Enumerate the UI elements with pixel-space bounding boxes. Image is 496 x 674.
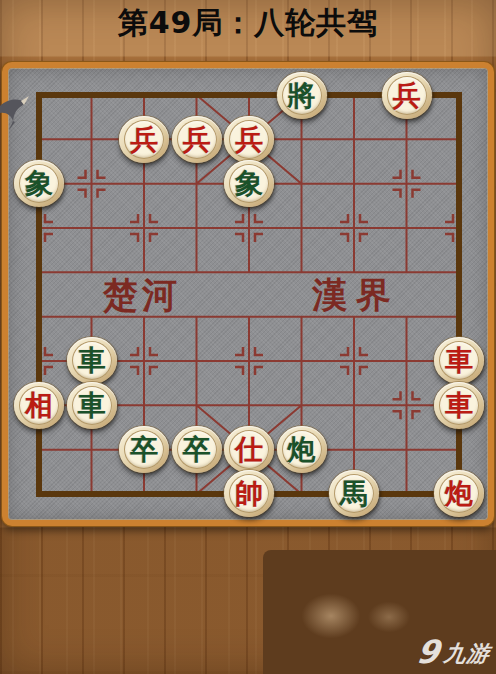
piece-red-soldier-4[interactable]: 兵 xyxy=(224,116,274,163)
piece-green-chariot-1[interactable]: 車 xyxy=(67,337,117,384)
piece-char: 兵 xyxy=(124,120,164,159)
piece-red-soldier-2[interactable]: 兵 xyxy=(119,116,169,163)
piece-char: 仕 xyxy=(229,430,269,469)
piece-char: 車 xyxy=(72,386,112,425)
piece-red-chariot-2[interactable]: 車 xyxy=(434,382,484,429)
piece-green-horse[interactable]: 馬 xyxy=(329,470,379,517)
piece-red-chariot-1[interactable]: 車 xyxy=(434,337,484,384)
piece-char: 炮 xyxy=(282,430,322,469)
jiuyou-watermark: 9 九游 xyxy=(415,638,492,666)
piece-char: 卒 xyxy=(124,430,164,469)
piece-char: 車 xyxy=(439,386,479,425)
piece-red-cannon[interactable]: 炮 xyxy=(434,470,484,517)
piece-red-general[interactable]: 帥 xyxy=(224,470,274,517)
piece-char: 兵 xyxy=(229,120,269,159)
piece-char: 象 xyxy=(19,164,59,203)
piece-char: 相 xyxy=(19,386,59,425)
xiangqi-board[interactable]: 楚河 漢界 將兵兵兵兵象象車車相車車卒卒仕炮帥馬炮 xyxy=(2,62,494,526)
jiuyou-brand-text: 九游 xyxy=(442,642,491,666)
piece-red-soldier-3[interactable]: 兵 xyxy=(172,116,222,163)
piece-green-elephant-2[interactable]: 象 xyxy=(224,160,274,207)
piece-char: 兵 xyxy=(387,76,427,115)
jiuyou-logo-icon: 9 xyxy=(415,638,441,666)
piece-char: 車 xyxy=(72,341,112,380)
piece-green-soldier-2[interactable]: 卒 xyxy=(172,426,222,473)
piece-char: 兵 xyxy=(177,120,217,159)
app-background: 第49局：八轮共驾 楚河 漢界 將兵兵兵兵象象車車相車車卒卒仕炮帥馬炮 9 九游 xyxy=(0,0,496,674)
piece-char: 炮 xyxy=(439,474,479,513)
piece-red-soldier-1[interactable]: 兵 xyxy=(382,72,432,119)
piece-green-chariot-2[interactable]: 車 xyxy=(67,382,117,429)
piece-layer: 將兵兵兵兵象象車車相車車卒卒仕炮帥馬炮 xyxy=(8,68,488,520)
piece-green-cannon[interactable]: 炮 xyxy=(277,426,327,473)
piece-char: 將 xyxy=(282,76,322,115)
piece-red-advisor[interactable]: 仕 xyxy=(224,426,274,473)
piece-green-soldier-1[interactable]: 卒 xyxy=(119,426,169,473)
piece-char: 象 xyxy=(229,164,269,203)
piece-green-general[interactable]: 將 xyxy=(277,72,327,119)
piece-char: 車 xyxy=(439,341,479,380)
piece-char: 卒 xyxy=(177,430,217,469)
swallow-bird-icon xyxy=(0,92,30,132)
puzzle-title: 第49局：八轮共驾 xyxy=(0,3,496,44)
piece-red-elephant[interactable]: 相 xyxy=(14,382,64,429)
piece-char: 馬 xyxy=(334,474,374,513)
piece-char: 帥 xyxy=(229,474,269,513)
piece-green-elephant-1[interactable]: 象 xyxy=(14,160,64,207)
bottom-dark-panel: 9 九游 xyxy=(263,550,496,674)
